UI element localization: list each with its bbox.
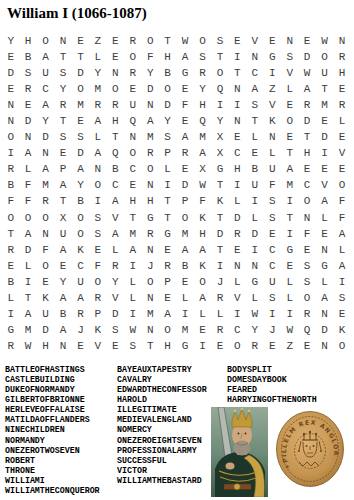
- grid-cell[interactable]: N: [229, 81, 246, 97]
- grid-cell[interactable]: N: [89, 161, 106, 177]
- grid-cell[interactable]: A: [246, 81, 263, 97]
- grid-cell[interactable]: S: [159, 129, 176, 145]
- grid-cell[interactable]: B: [2, 274, 19, 290]
- grid-cell[interactable]: I: [89, 193, 106, 209]
- grid-cell[interactable]: D: [72, 65, 89, 81]
- grid-cell[interactable]: A: [333, 226, 350, 242]
- grid-cell[interactable]: L: [89, 49, 106, 65]
- grid-cell[interactable]: E: [176, 161, 193, 177]
- grid-cell[interactable]: L: [124, 290, 141, 306]
- grid-cell[interactable]: I: [229, 49, 246, 65]
- grid-cell[interactable]: C: [246, 65, 263, 81]
- grid-cell[interactable]: L: [229, 274, 246, 290]
- grid-cell[interactable]: A: [107, 226, 124, 242]
- grid-cell[interactable]: E: [316, 113, 333, 129]
- grid-cell[interactable]: E: [176, 81, 193, 97]
- grid-cell[interactable]: T: [159, 193, 176, 209]
- grid-cell[interactable]: K: [72, 242, 89, 258]
- grid-cell[interactable]: M: [89, 81, 106, 97]
- grid-cell[interactable]: L: [333, 113, 350, 129]
- grid-cell[interactable]: A: [194, 242, 211, 258]
- grid-cell[interactable]: G: [316, 258, 333, 274]
- grid-cell[interactable]: U: [316, 65, 333, 81]
- grid-cell[interactable]: E: [333, 161, 350, 177]
- grid-cell[interactable]: L: [281, 274, 298, 290]
- grid-cell[interactable]: A: [54, 242, 71, 258]
- grid-cell[interactable]: A: [316, 193, 333, 209]
- grid-cell[interactable]: R: [37, 193, 54, 209]
- grid-cell[interactable]: T: [211, 49, 228, 65]
- grid-cell[interactable]: O: [89, 274, 106, 290]
- grid-cell[interactable]: J: [72, 322, 89, 338]
- grid-cell[interactable]: Q: [194, 113, 211, 129]
- grid-cell[interactable]: L: [107, 242, 124, 258]
- grid-cell[interactable]: L: [124, 274, 141, 290]
- grid-cell[interactable]: E: [2, 49, 19, 65]
- grid-cell[interactable]: W: [194, 177, 211, 193]
- grid-cell[interactable]: T: [211, 210, 228, 226]
- grid-cell[interactable]: G: [176, 65, 193, 81]
- grid-cell[interactable]: E: [281, 97, 298, 113]
- grid-cell[interactable]: B: [159, 65, 176, 81]
- grid-cell[interactable]: N: [316, 338, 333, 354]
- grid-cell[interactable]: G: [2, 322, 19, 338]
- grid-cell[interactable]: O: [159, 322, 176, 338]
- grid-cell[interactable]: A: [333, 258, 350, 274]
- grid-cell[interactable]: I: [246, 242, 263, 258]
- grid-cell[interactable]: F: [19, 177, 36, 193]
- grid-cell[interactable]: S: [281, 49, 298, 65]
- grid-cell[interactable]: T: [298, 129, 315, 145]
- grid-cell[interactable]: H: [19, 33, 36, 49]
- grid-cell[interactable]: J: [211, 274, 228, 290]
- grid-cell[interactable]: H: [194, 97, 211, 113]
- grid-cell[interactable]: E: [107, 338, 124, 354]
- grid-cell[interactable]: A: [54, 322, 71, 338]
- grid-cell[interactable]: F: [298, 226, 315, 242]
- grid-cell[interactable]: P: [176, 193, 193, 209]
- grid-cell[interactable]: O: [72, 210, 89, 226]
- grid-cell[interactable]: E: [333, 81, 350, 97]
- grid-cell[interactable]: O: [159, 81, 176, 97]
- grid-cell[interactable]: E: [176, 274, 193, 290]
- grid-cell[interactable]: V: [246, 33, 263, 49]
- grid-cell[interactable]: L: [159, 161, 176, 177]
- grid-cell[interactable]: I: [264, 306, 281, 322]
- grid-cell[interactable]: C: [229, 322, 246, 338]
- grid-cell[interactable]: O: [107, 81, 124, 97]
- grid-cell[interactable]: T: [229, 65, 246, 81]
- grid-cell[interactable]: R: [159, 258, 176, 274]
- grid-cell[interactable]: C: [124, 161, 141, 177]
- grid-cell[interactable]: L: [19, 258, 36, 274]
- grid-cell[interactable]: D: [107, 306, 124, 322]
- grid-cell[interactable]: W: [19, 338, 36, 354]
- grid-cell[interactable]: R: [229, 226, 246, 242]
- grid-cell[interactable]: A: [37, 161, 54, 177]
- grid-cell[interactable]: T: [159, 210, 176, 226]
- grid-cell[interactable]: O: [124, 49, 141, 65]
- grid-cell[interactable]: D: [2, 65, 19, 81]
- grid-cell[interactable]: H: [142, 193, 159, 209]
- grid-cell[interactable]: N: [2, 113, 19, 129]
- grid-cell[interactable]: E: [264, 338, 281, 354]
- grid-cell[interactable]: Z: [89, 33, 106, 49]
- grid-cell[interactable]: I: [176, 306, 193, 322]
- grid-cell[interactable]: G: [246, 274, 263, 290]
- grid-cell[interactable]: I: [281, 226, 298, 242]
- grid-cell[interactable]: C: [298, 177, 315, 193]
- grid-cell[interactable]: N: [246, 49, 263, 65]
- grid-cell[interactable]: E: [333, 129, 350, 145]
- grid-cell[interactable]: R: [246, 338, 263, 354]
- grid-cell[interactable]: M: [19, 322, 36, 338]
- grid-cell[interactable]: R: [2, 242, 19, 258]
- grid-cell[interactable]: A: [107, 193, 124, 209]
- grid-cell[interactable]: N: [107, 65, 124, 81]
- grid-cell[interactable]: S: [264, 290, 281, 306]
- grid-cell[interactable]: V: [107, 210, 124, 226]
- grid-cell[interactable]: E: [316, 226, 333, 242]
- grid-cell[interactable]: K: [194, 258, 211, 274]
- grid-cell[interactable]: E: [54, 145, 71, 161]
- grid-cell[interactable]: I: [159, 177, 176, 193]
- grid-cell[interactable]: Y: [211, 113, 228, 129]
- grid-cell[interactable]: R: [333, 49, 350, 65]
- grid-cell[interactable]: D: [246, 226, 263, 242]
- grid-cell[interactable]: D: [72, 145, 89, 161]
- grid-cell[interactable]: C: [37, 81, 54, 97]
- grid-cell[interactable]: T: [316, 81, 333, 97]
- grid-cell[interactable]: I: [229, 306, 246, 322]
- grid-cell[interactable]: O: [2, 210, 19, 226]
- grid-cell[interactable]: E: [2, 81, 19, 97]
- grid-cell[interactable]: E: [159, 242, 176, 258]
- grid-cell[interactable]: E: [333, 306, 350, 322]
- grid-cell[interactable]: F: [89, 258, 106, 274]
- grid-cell[interactable]: R: [107, 97, 124, 113]
- grid-cell[interactable]: G: [211, 161, 228, 177]
- grid-cell[interactable]: M: [142, 129, 159, 145]
- grid-cell[interactable]: T: [107, 129, 124, 145]
- grid-cell[interactable]: T: [246, 113, 263, 129]
- grid-cell[interactable]: O: [124, 145, 141, 161]
- grid-cell[interactable]: R: [124, 65, 141, 81]
- grid-cell[interactable]: V: [316, 177, 333, 193]
- grid-cell[interactable]: X: [211, 145, 228, 161]
- grid-cell[interactable]: T: [211, 242, 228, 258]
- grid-cell[interactable]: R: [19, 81, 36, 97]
- grid-cell[interactable]: R: [176, 145, 193, 161]
- grid-cell[interactable]: L: [281, 290, 298, 306]
- grid-cell[interactable]: P: [54, 161, 71, 177]
- grid-cell[interactable]: A: [19, 306, 36, 322]
- grid-cell[interactable]: U: [264, 161, 281, 177]
- grid-cell[interactable]: E: [107, 33, 124, 49]
- grid-cell[interactable]: R: [194, 65, 211, 81]
- grid-cell[interactable]: E: [298, 338, 315, 354]
- grid-cell[interactable]: U: [124, 97, 141, 113]
- grid-cell[interactable]: H: [37, 338, 54, 354]
- grid-cell[interactable]: U: [54, 226, 71, 242]
- grid-cell[interactable]: C: [107, 177, 124, 193]
- grid-cell[interactable]: E: [264, 33, 281, 49]
- grid-cell[interactable]: F: [37, 242, 54, 258]
- grid-cell[interactable]: M: [142, 306, 159, 322]
- grid-cell[interactable]: D: [298, 113, 315, 129]
- grid-cell[interactable]: L: [2, 290, 19, 306]
- grid-cell[interactable]: D: [316, 129, 333, 145]
- grid-cell[interactable]: B: [176, 258, 193, 274]
- grid-cell[interactable]: D: [37, 129, 54, 145]
- grid-cell[interactable]: Y: [72, 177, 89, 193]
- grid-cell[interactable]: O: [72, 81, 89, 97]
- grid-cell[interactable]: B: [107, 161, 124, 177]
- grid-cell[interactable]: V: [264, 97, 281, 113]
- grid-cell[interactable]: E: [124, 177, 141, 193]
- grid-cell[interactable]: R: [2, 338, 19, 354]
- grid-cell[interactable]: Q: [298, 322, 315, 338]
- grid-cell[interactable]: D: [142, 81, 159, 97]
- grid-cell[interactable]: W: [124, 322, 141, 338]
- grid-cell[interactable]: G: [264, 49, 281, 65]
- grid-cell[interactable]: Y: [159, 113, 176, 129]
- grid-cell[interactable]: Z: [264, 81, 281, 97]
- grid-cell[interactable]: B: [54, 306, 71, 322]
- grid-cell[interactable]: T: [54, 49, 71, 65]
- grid-cell[interactable]: Y: [142, 65, 159, 81]
- grid-cell[interactable]: R: [107, 258, 124, 274]
- grid-cell[interactable]: R: [298, 306, 315, 322]
- grid-cell[interactable]: O: [176, 210, 193, 226]
- grid-cell[interactable]: W: [316, 33, 333, 49]
- grid-cell[interactable]: I: [19, 274, 36, 290]
- grid-cell[interactable]: L: [246, 210, 263, 226]
- grid-cell[interactable]: N: [142, 290, 159, 306]
- grid-cell[interactable]: U: [72, 274, 89, 290]
- grid-cell[interactable]: L: [246, 129, 263, 145]
- grid-cell[interactable]: L: [194, 306, 211, 322]
- grid-cell[interactable]: A: [316, 290, 333, 306]
- grid-cell[interactable]: F: [19, 193, 36, 209]
- grid-cell[interactable]: E: [246, 145, 263, 161]
- grid-cell[interactable]: R: [298, 97, 315, 113]
- grid-cell[interactable]: S: [264, 193, 281, 209]
- grid-cell[interactable]: T: [2, 226, 19, 242]
- grid-cell[interactable]: N: [37, 226, 54, 242]
- grid-cell[interactable]: A: [124, 242, 141, 258]
- grid-cell[interactable]: H: [159, 338, 176, 354]
- grid-cell[interactable]: E: [89, 242, 106, 258]
- grid-cell[interactable]: O: [37, 33, 54, 49]
- grid-cell[interactable]: E: [19, 97, 36, 113]
- grid-cell[interactable]: E: [229, 129, 246, 145]
- grid-cell[interactable]: N: [264, 129, 281, 145]
- grid-cell[interactable]: B: [19, 49, 36, 65]
- grid-cell[interactable]: L: [281, 81, 298, 97]
- grid-cell[interactable]: M: [316, 97, 333, 113]
- grid-cell[interactable]: W: [246, 306, 263, 322]
- grid-cell[interactable]: O: [72, 226, 89, 242]
- grid-cell[interactable]: S: [107, 322, 124, 338]
- grid-cell[interactable]: N: [124, 129, 141, 145]
- grid-cell[interactable]: W: [176, 33, 193, 49]
- grid-cell[interactable]: E: [281, 258, 298, 274]
- grid-cell[interactable]: O: [194, 33, 211, 49]
- grid-cell[interactable]: K: [194, 210, 211, 226]
- grid-cell[interactable]: F: [264, 177, 281, 193]
- grid-cell[interactable]: L: [211, 306, 228, 322]
- grid-cell[interactable]: E: [298, 242, 315, 258]
- grid-cell[interactable]: R: [211, 322, 228, 338]
- grid-cell[interactable]: A: [19, 145, 36, 161]
- grid-cell[interactable]: A: [176, 49, 193, 65]
- grid-cell[interactable]: F: [333, 193, 350, 209]
- grid-cell[interactable]: I: [246, 193, 263, 209]
- grid-cell[interactable]: O: [142, 274, 159, 290]
- grid-cell[interactable]: O: [142, 33, 159, 49]
- grid-cell[interactable]: E: [124, 81, 141, 97]
- grid-cell[interactable]: N: [246, 258, 263, 274]
- grid-cell[interactable]: F: [142, 49, 159, 65]
- grid-cell[interactable]: F: [176, 97, 193, 113]
- grid-cell[interactable]: I: [281, 306, 298, 322]
- grid-cell[interactable]: A: [142, 113, 159, 129]
- grid-cell[interactable]: J: [142, 258, 159, 274]
- grid-cell[interactable]: L: [19, 161, 36, 177]
- grid-cell[interactable]: E: [298, 161, 315, 177]
- grid-cell[interactable]: S: [54, 129, 71, 145]
- grid-cell[interactable]: D: [19, 113, 36, 129]
- grid-cell[interactable]: S: [333, 290, 350, 306]
- grid-cell[interactable]: A: [54, 290, 71, 306]
- grid-cell[interactable]: A: [72, 290, 89, 306]
- grid-cell[interactable]: S: [54, 65, 71, 81]
- grid-cell[interactable]: D: [298, 49, 315, 65]
- grid-cell[interactable]: E: [229, 33, 246, 49]
- grid-cell[interactable]: Y: [194, 81, 211, 97]
- grid-cell[interactable]: Q: [211, 81, 228, 97]
- grid-cell[interactable]: O: [298, 193, 315, 209]
- grid-cell[interactable]: T: [54, 113, 71, 129]
- grid-cell[interactable]: V: [229, 290, 246, 306]
- grid-cell[interactable]: S: [124, 338, 141, 354]
- grid-cell[interactable]: E: [176, 113, 193, 129]
- grid-cell[interactable]: R: [211, 290, 228, 306]
- grid-cell[interactable]: O: [37, 258, 54, 274]
- grid-cell[interactable]: M: [124, 226, 141, 242]
- grid-cell[interactable]: Z: [281, 338, 298, 354]
- grid-cell[interactable]: L: [246, 290, 263, 306]
- grid-cell[interactable]: O: [194, 274, 211, 290]
- grid-cell[interactable]: N: [229, 258, 246, 274]
- grid-cell[interactable]: E: [37, 274, 54, 290]
- grid-cell[interactable]: N: [142, 97, 159, 113]
- grid-cell[interactable]: R: [89, 97, 106, 113]
- grid-cell[interactable]: D: [37, 322, 54, 338]
- grid-cell[interactable]: B: [2, 177, 19, 193]
- grid-cell[interactable]: Y: [2, 33, 19, 49]
- grid-cell[interactable]: G: [142, 210, 159, 226]
- grid-cell[interactable]: E: [264, 226, 281, 242]
- grid-cell[interactable]: P: [89, 306, 106, 322]
- grid-cell[interactable]: M: [37, 177, 54, 193]
- grid-cell[interactable]: N: [54, 33, 71, 49]
- grid-cell[interactable]: I: [194, 338, 211, 354]
- grid-cell[interactable]: Q: [124, 113, 141, 129]
- grid-cell[interactable]: D: [19, 242, 36, 258]
- grid-cell[interactable]: S: [264, 210, 281, 226]
- grid-cell[interactable]: A: [194, 290, 211, 306]
- grid-cell[interactable]: N: [316, 306, 333, 322]
- grid-cell[interactable]: V: [333, 145, 350, 161]
- grid-cell[interactable]: E: [281, 129, 298, 145]
- grid-cell[interactable]: H: [194, 226, 211, 242]
- grid-cell[interactable]: W: [298, 65, 315, 81]
- grid-cell[interactable]: K: [264, 113, 281, 129]
- grid-cell[interactable]: O: [333, 177, 350, 193]
- grid-cell[interactable]: D: [316, 322, 333, 338]
- grid-cell[interactable]: O: [37, 210, 54, 226]
- grid-cell[interactable]: N: [333, 33, 350, 49]
- grid-cell[interactable]: G: [281, 242, 298, 258]
- grid-cell[interactable]: I: [229, 177, 246, 193]
- grid-cell[interactable]: A: [298, 81, 315, 97]
- grid-cell[interactable]: W: [281, 322, 298, 338]
- grid-cell[interactable]: N: [229, 113, 246, 129]
- grid-cell[interactable]: N: [142, 322, 159, 338]
- grid-cell[interactable]: R: [124, 33, 141, 49]
- grid-cell[interactable]: H: [229, 161, 246, 177]
- grid-cell[interactable]: T: [159, 33, 176, 49]
- grid-cell[interactable]: Y: [89, 65, 106, 81]
- grid-cell[interactable]: T: [281, 145, 298, 161]
- grid-cell[interactable]: I: [2, 145, 19, 161]
- grid-cell[interactable]: E: [72, 338, 89, 354]
- grid-cell[interactable]: R: [333, 97, 350, 113]
- grid-cell[interactable]: F: [2, 193, 19, 209]
- grid-cell[interactable]: L: [333, 242, 350, 258]
- grid-cell[interactable]: V: [281, 65, 298, 81]
- grid-cell[interactable]: S: [211, 33, 228, 49]
- grid-cell[interactable]: H: [107, 113, 124, 129]
- grid-cell[interactable]: S: [246, 97, 263, 113]
- grid-cell[interactable]: E: [72, 33, 89, 49]
- grid-cell[interactable]: S: [72, 129, 89, 145]
- grid-cell[interactable]: D: [159, 97, 176, 113]
- grid-cell[interactable]: A: [19, 226, 36, 242]
- grid-cell[interactable]: L: [264, 145, 281, 161]
- grid-cell[interactable]: O: [211, 65, 228, 81]
- grid-cell[interactable]: I: [281, 193, 298, 209]
- grid-cell[interactable]: C: [72, 258, 89, 274]
- grid-cell[interactable]: R: [72, 306, 89, 322]
- grid-cell[interactable]: E: [54, 258, 71, 274]
- grid-cell[interactable]: L: [229, 193, 246, 209]
- grid-cell[interactable]: E: [298, 33, 315, 49]
- grid-cell[interactable]: P: [159, 145, 176, 161]
- grid-cell[interactable]: R: [142, 226, 159, 242]
- grid-cell[interactable]: R: [54, 97, 71, 113]
- grid-cell[interactable]: O: [19, 210, 36, 226]
- grid-cell[interactable]: E: [194, 322, 211, 338]
- grid-cell[interactable]: K: [89, 322, 106, 338]
- grid-cell[interactable]: A: [159, 306, 176, 322]
- grid-cell[interactable]: S: [19, 65, 36, 81]
- grid-cell[interactable]: E: [2, 258, 19, 274]
- grid-cell[interactable]: R: [2, 161, 19, 177]
- grid-cell[interactable]: I: [316, 145, 333, 161]
